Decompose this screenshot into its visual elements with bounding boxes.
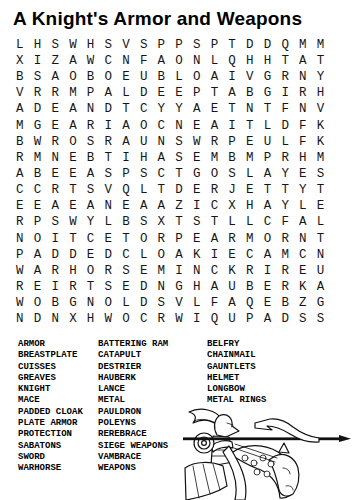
grid-cell[interactable]: H	[241, 198, 259, 214]
grid-cell[interactable]: I	[223, 118, 241, 134]
grid-cell[interactable]: D	[241, 37, 259, 53]
grid-cell[interactable]: T	[64, 182, 82, 198]
grid-cell[interactable]: S	[135, 37, 153, 53]
grid-cell[interactable]: E	[117, 279, 135, 295]
grid-cell[interactable]: E	[29, 198, 47, 214]
grid-cell[interactable]: S	[82, 182, 100, 198]
grid-cell[interactable]: B	[241, 85, 259, 101]
grid-cell[interactable]: D	[99, 247, 117, 263]
grid-cell[interactable]: H	[188, 279, 206, 295]
grid-cell[interactable]: V	[241, 69, 259, 85]
grid-cell[interactable]: O	[153, 247, 171, 263]
grid-cell[interactable]: A	[206, 279, 224, 295]
grid-cell[interactable]: A	[206, 69, 224, 85]
grid-cell[interactable]: N	[11, 231, 29, 247]
grid-cell[interactable]: R	[276, 150, 294, 166]
grid-cell[interactable]: E	[170, 85, 188, 101]
grid-cell[interactable]: D	[29, 102, 47, 118]
grid-cell[interactable]: S	[312, 311, 330, 327]
grid-cell[interactable]: C	[294, 247, 312, 263]
grid-cell[interactable]: W	[29, 134, 47, 150]
grid-cell[interactable]: U	[223, 279, 241, 295]
grid-cell[interactable]: A	[206, 231, 224, 247]
grid-cell[interactable]: S	[135, 166, 153, 182]
grid-cell[interactable]: P	[259, 150, 277, 166]
grid-cell[interactable]: L	[135, 182, 153, 198]
grid-cell[interactable]: T	[276, 53, 294, 69]
grid-cell[interactable]: A	[29, 263, 47, 279]
grid-cell[interactable]: C	[259, 215, 277, 231]
grid-cell[interactable]: C	[153, 118, 171, 134]
grid-cell[interactable]: T	[312, 231, 330, 247]
grid-cell[interactable]: T	[312, 53, 330, 69]
grid-cell[interactable]: N	[294, 102, 312, 118]
grid-cell[interactable]: E	[259, 295, 277, 311]
grid-cell[interactable]: O	[29, 295, 47, 311]
grid-cell[interactable]: M	[153, 263, 171, 279]
grid-cell[interactable]: T	[206, 215, 224, 231]
grid-cell[interactable]: T	[223, 102, 241, 118]
grid-cell[interactable]: J	[223, 182, 241, 198]
grid-cell[interactable]: M	[29, 150, 47, 166]
grid-cell[interactable]: H	[294, 150, 312, 166]
grid-cell[interactable]: A	[259, 166, 277, 182]
grid-cell[interactable]: L	[312, 215, 330, 231]
grid-cell[interactable]: R	[99, 263, 117, 279]
grid-cell[interactable]: E	[188, 182, 206, 198]
grid-cell[interactable]: U	[135, 134, 153, 150]
grid-cell[interactable]: M	[11, 118, 29, 134]
grid-cell[interactable]: E	[188, 150, 206, 166]
grid-cell[interactable]: B	[153, 69, 171, 85]
grid-cell[interactable]: C	[29, 182, 47, 198]
grid-cell[interactable]: A	[153, 198, 171, 214]
grid-cell[interactable]: R	[276, 279, 294, 295]
grid-cell[interactable]: P	[170, 231, 188, 247]
grid-cell[interactable]: R	[64, 279, 82, 295]
grid-cell[interactable]: S	[294, 311, 312, 327]
grid-cell[interactable]: T	[117, 102, 135, 118]
grid-cell[interactable]: L	[294, 198, 312, 214]
grid-cell[interactable]: E	[46, 102, 64, 118]
grid-cell[interactable]: E	[64, 166, 82, 182]
grid-cell[interactable]: A	[259, 198, 277, 214]
grid-cell[interactable]: S	[188, 37, 206, 53]
grid-cell[interactable]: N	[188, 263, 206, 279]
grid-cell[interactable]: E	[188, 118, 206, 134]
grid-cell[interactable]: S	[99, 166, 117, 182]
grid-cell[interactable]: O	[82, 263, 100, 279]
grid-cell[interactable]: L	[276, 134, 294, 150]
grid-cell[interactable]: C	[241, 247, 259, 263]
grid-cell[interactable]: U	[312, 263, 330, 279]
grid-cell[interactable]: O	[259, 231, 277, 247]
grid-cell[interactable]: F	[276, 102, 294, 118]
grid-cell[interactable]: D	[135, 295, 153, 311]
grid-cell[interactable]: E	[294, 263, 312, 279]
grid-cell[interactable]: M	[64, 85, 82, 101]
grid-cell[interactable]: E	[312, 198, 330, 214]
grid-cell[interactable]: N	[312, 247, 330, 263]
grid-cell[interactable]: T	[223, 37, 241, 53]
grid-cell[interactable]: N	[46, 311, 64, 327]
grid-cell[interactable]: B	[117, 215, 135, 231]
grid-cell[interactable]: D	[259, 37, 277, 53]
grid-cell[interactable]: C	[11, 182, 29, 198]
grid-cell[interactable]: K	[312, 118, 330, 134]
grid-cell[interactable]: S	[82, 134, 100, 150]
grid-cell[interactable]: A	[117, 118, 135, 134]
grid-cell[interactable]: T	[170, 215, 188, 231]
grid-cell[interactable]: D	[99, 102, 117, 118]
grid-cell[interactable]: A	[64, 118, 82, 134]
grid-cell[interactable]: M	[241, 231, 259, 247]
grid-cell[interactable]: B	[82, 150, 100, 166]
grid-cell[interactable]: E	[153, 85, 171, 101]
grid-cell[interactable]: E	[46, 118, 64, 134]
grid-cell[interactable]: R	[11, 215, 29, 231]
grid-cell[interactable]: T	[241, 118, 259, 134]
grid-cell[interactable]: V	[312, 102, 330, 118]
grid-cell[interactable]: S	[153, 295, 171, 311]
grid-cell[interactable]: R	[46, 263, 64, 279]
grid-cell[interactable]: M	[312, 37, 330, 53]
grid-cell[interactable]: S	[117, 263, 135, 279]
grid-cell[interactable]: L	[11, 37, 29, 53]
grid-cell[interactable]: B	[46, 295, 64, 311]
grid-cell[interactable]: I	[188, 198, 206, 214]
grid-cell[interactable]: G	[188, 166, 206, 182]
grid-cell[interactable]: Y	[82, 215, 100, 231]
grid-cell[interactable]: N	[99, 198, 117, 214]
grid-cell[interactable]: K	[294, 279, 312, 295]
grid-cell[interactable]: E	[82, 247, 100, 263]
grid-cell[interactable]: D	[135, 279, 153, 295]
grid-cell[interactable]: O	[188, 69, 206, 85]
grid-cell[interactable]: F	[276, 215, 294, 231]
grid-cell[interactable]: H	[241, 53, 259, 69]
grid-cell[interactable]: Y	[153, 102, 171, 118]
grid-cell[interactable]: E	[135, 263, 153, 279]
grid-cell[interactable]: T	[259, 182, 277, 198]
grid-cell[interactable]: L	[188, 295, 206, 311]
grid-cell[interactable]: D	[276, 118, 294, 134]
grid-cell[interactable]: P	[223, 134, 241, 150]
grid-cell[interactable]: V	[117, 37, 135, 53]
grid-cell[interactable]: B	[11, 134, 29, 150]
grid-cell[interactable]: N	[117, 53, 135, 69]
grid-cell[interactable]: V	[170, 295, 188, 311]
grid-cell[interactable]: U	[259, 134, 277, 150]
grid-cell[interactable]: A	[188, 102, 206, 118]
grid-cell[interactable]: A	[294, 215, 312, 231]
grid-cell[interactable]: S	[312, 166, 330, 182]
grid-cell[interactable]: H	[135, 150, 153, 166]
grid-cell[interactable]: A	[223, 85, 241, 101]
grid-cell[interactable]: T	[312, 182, 330, 198]
grid-cell[interactable]: D	[29, 311, 47, 327]
grid-cell[interactable]: R	[276, 69, 294, 85]
grid-cell[interactable]: S	[223, 166, 241, 182]
grid-cell[interactable]: A	[29, 247, 47, 263]
grid-cell[interactable]: R	[99, 134, 117, 150]
grid-cell[interactable]: P	[11, 247, 29, 263]
grid-cell[interactable]: S	[135, 215, 153, 231]
grid-cell[interactable]: K	[223, 263, 241, 279]
grid-cell[interactable]: I	[188, 311, 206, 327]
grid-cell[interactable]: T	[82, 279, 100, 295]
grid-cell[interactable]: O	[99, 295, 117, 311]
grid-cell[interactable]: A	[206, 118, 224, 134]
grid-cell[interactable]: O	[64, 69, 82, 85]
grid-cell[interactable]: R	[46, 85, 64, 101]
grid-cell[interactable]: S	[99, 37, 117, 53]
grid-cell[interactable]: M	[294, 37, 312, 53]
grid-cell[interactable]: A	[64, 53, 82, 69]
grid-cell[interactable]: M	[241, 150, 259, 166]
grid-cell[interactable]: P	[153, 37, 171, 53]
grid-cell[interactable]: X	[223, 198, 241, 214]
grid-cell[interactable]: E	[29, 279, 47, 295]
grid-cell[interactable]: R	[294, 85, 312, 101]
grid-cell[interactable]: L	[117, 295, 135, 311]
grid-cell[interactable]: C	[82, 231, 100, 247]
grid-cell[interactable]: N	[294, 231, 312, 247]
grid-cell[interactable]: R	[153, 311, 171, 327]
grid-cell[interactable]: V	[11, 85, 29, 101]
grid-cell[interactable]: R	[11, 279, 29, 295]
grid-cell[interactable]: A	[117, 134, 135, 150]
grid-cell[interactable]: E	[294, 166, 312, 182]
grid-cell[interactable]: A	[312, 279, 330, 295]
grid-cell[interactable]: W	[170, 311, 188, 327]
grid-cell[interactable]: N	[82, 102, 100, 118]
grid-cell[interactable]: Y	[312, 69, 330, 85]
grid-cell[interactable]: T	[64, 231, 82, 247]
grid-cell[interactable]: L	[259, 118, 277, 134]
grid-cell[interactable]: E	[241, 134, 259, 150]
grid-cell[interactable]: Y	[294, 182, 312, 198]
grid-cell[interactable]: R	[82, 118, 100, 134]
grid-cell[interactable]: N	[241, 102, 259, 118]
grid-cell[interactable]: L	[206, 53, 224, 69]
grid-cell[interactable]: A	[153, 53, 171, 69]
grid-cell[interactable]: X	[11, 53, 29, 69]
grid-cell[interactable]: C	[206, 263, 224, 279]
grid-cell[interactable]: A	[11, 102, 29, 118]
grid-cell[interactable]: R	[276, 263, 294, 279]
grid-cell[interactable]: M	[206, 150, 224, 166]
grid-cell[interactable]: A	[259, 311, 277, 327]
grid-cell[interactable]: S	[46, 215, 64, 231]
grid-cell[interactable]: C	[99, 53, 117, 69]
grid-cell[interactable]: L	[99, 215, 117, 231]
grid-cell[interactable]: H	[312, 85, 330, 101]
grid-cell[interactable]: E	[188, 231, 206, 247]
grid-cell[interactable]: B	[11, 69, 29, 85]
grid-cell[interactable]: I	[99, 118, 117, 134]
grid-cell[interactable]: O	[135, 231, 153, 247]
grid-cell[interactable]: L	[117, 85, 135, 101]
grid-cell[interactable]: S	[29, 69, 47, 85]
grid-cell[interactable]: E	[64, 150, 82, 166]
grid-cell[interactable]: T	[276, 182, 294, 198]
grid-cell[interactable]: R	[206, 134, 224, 150]
grid-cell[interactable]: T	[206, 85, 224, 101]
grid-cell[interactable]: T	[117, 231, 135, 247]
grid-cell[interactable]: E	[46, 166, 64, 182]
grid-cell[interactable]: P	[170, 37, 188, 53]
grid-cell[interactable]: Z	[294, 295, 312, 311]
grid-cell[interactable]: N	[294, 69, 312, 85]
grid-cell[interactable]: I	[206, 247, 224, 263]
grid-cell[interactable]: P	[188, 85, 206, 101]
grid-cell[interactable]: Y	[170, 102, 188, 118]
grid-cell[interactable]: I	[259, 263, 277, 279]
grid-cell[interactable]: W	[64, 37, 82, 53]
grid-cell[interactable]: H	[64, 263, 82, 279]
grid-cell[interactable]: B	[29, 166, 47, 182]
grid-cell[interactable]: D	[64, 247, 82, 263]
grid-cell[interactable]: Y	[276, 198, 294, 214]
grid-cell[interactable]: A	[11, 166, 29, 182]
grid-cell[interactable]: M	[312, 150, 330, 166]
grid-cell[interactable]: C	[135, 311, 153, 327]
grid-cell[interactable]: A	[170, 247, 188, 263]
grid-cell[interactable]: O	[170, 53, 188, 69]
grid-cell[interactable]: A	[46, 69, 64, 85]
grid-cell[interactable]: N	[11, 311, 29, 327]
grid-cell[interactable]: E	[99, 231, 117, 247]
grid-cell[interactable]: E	[259, 279, 277, 295]
grid-cell[interactable]: G	[259, 69, 277, 85]
grid-cell[interactable]: I	[46, 231, 64, 247]
grid-cell[interactable]: O	[29, 231, 47, 247]
grid-cell[interactable]: H	[82, 37, 100, 53]
grid-cell[interactable]: W	[11, 263, 29, 279]
grid-cell[interactable]: R	[223, 231, 241, 247]
grid-cell[interactable]: B	[223, 150, 241, 166]
grid-cell[interactable]: E	[117, 198, 135, 214]
grid-cell[interactable]: G	[29, 118, 47, 134]
grid-cell[interactable]: R	[11, 150, 29, 166]
grid-cell[interactable]: P	[117, 166, 135, 182]
grid-cell[interactable]: E	[223, 247, 241, 263]
grid-cell[interactable]: A	[46, 198, 64, 214]
grid-cell[interactable]: O	[135, 118, 153, 134]
grid-cell[interactable]: K	[188, 247, 206, 263]
grid-cell[interactable]: Z	[170, 198, 188, 214]
grid-cell[interactable]: A	[153, 150, 171, 166]
grid-cell[interactable]: B	[82, 69, 100, 85]
grid-cell[interactable]: R	[46, 134, 64, 150]
grid-cell[interactable]: W	[82, 53, 100, 69]
grid-cell[interactable]: G	[312, 295, 330, 311]
grid-cell[interactable]: N	[188, 53, 206, 69]
grid-cell[interactable]: L	[135, 247, 153, 263]
grid-cell[interactable]: U	[135, 69, 153, 85]
grid-cell[interactable]: O	[117, 311, 135, 327]
grid-cell[interactable]: H	[259, 53, 277, 69]
grid-cell[interactable]: L	[223, 215, 241, 231]
grid-cell[interactable]: F	[294, 118, 312, 134]
grid-cell[interactable]: C	[135, 102, 153, 118]
grid-cell[interactable]: B	[276, 295, 294, 311]
grid-cell[interactable]: I	[276, 85, 294, 101]
grid-cell[interactable]: T	[99, 150, 117, 166]
grid-cell[interactable]: Q	[117, 182, 135, 198]
grid-cell[interactable]: P	[29, 215, 47, 231]
grid-cell[interactable]: Z	[46, 53, 64, 69]
grid-cell[interactable]: N	[153, 134, 171, 150]
grid-cell[interactable]: P	[241, 311, 259, 327]
grid-cell[interactable]: M	[276, 247, 294, 263]
grid-cell[interactable]: A	[294, 53, 312, 69]
grid-cell[interactable]: E	[11, 198, 29, 214]
grid-cell[interactable]: G	[170, 279, 188, 295]
grid-cell[interactable]: S	[99, 279, 117, 295]
grid-cell[interactable]: A	[135, 198, 153, 214]
grid-cell[interactable]: X	[64, 311, 82, 327]
grid-cell[interactable]: G	[259, 85, 277, 101]
grid-cell[interactable]: V	[99, 182, 117, 198]
grid-cell[interactable]: I	[46, 279, 64, 295]
grid-cell[interactable]: D	[135, 85, 153, 101]
grid-cell[interactable]: E	[241, 182, 259, 198]
grid-cell[interactable]: R	[206, 182, 224, 198]
grid-cell[interactable]: A	[223, 295, 241, 311]
grid-cell[interactable]: L	[170, 69, 188, 85]
grid-cell[interactable]: I	[117, 150, 135, 166]
grid-cell[interactable]: C	[206, 198, 224, 214]
grid-cell[interactable]: H	[82, 311, 100, 327]
grid-cell[interactable]: D	[276, 311, 294, 327]
grid-cell[interactable]: S	[188, 215, 206, 231]
grid-cell[interactable]: A	[99, 85, 117, 101]
grid-cell[interactable]: O	[206, 166, 224, 182]
grid-cell[interactable]: Q	[241, 295, 259, 311]
grid-cell[interactable]: A	[82, 166, 100, 182]
grid-cell[interactable]: W	[11, 295, 29, 311]
grid-cell[interactable]: Y	[276, 166, 294, 182]
grid-cell[interactable]: I	[170, 263, 188, 279]
grid-cell[interactable]: F	[135, 53, 153, 69]
grid-cell[interactable]: N	[46, 150, 64, 166]
grid-cell[interactable]: W	[64, 215, 82, 231]
grid-cell[interactable]: N	[82, 295, 100, 311]
grid-cell[interactable]: W	[99, 311, 117, 327]
grid-cell[interactable]: Q	[223, 53, 241, 69]
grid-cell[interactable]: H	[29, 37, 47, 53]
grid-cell[interactable]: P	[206, 37, 224, 53]
grid-cell[interactable]: R	[241, 263, 259, 279]
grid-cell[interactable]: W	[188, 134, 206, 150]
grid-cell[interactable]: S	[170, 134, 188, 150]
grid-cell[interactable]: N	[153, 279, 171, 295]
grid-cell[interactable]: T	[170, 166, 188, 182]
grid-cell[interactable]: T	[153, 182, 171, 198]
grid-cell[interactable]: D	[170, 182, 188, 198]
grid-cell[interactable]: R	[46, 182, 64, 198]
grid-cell[interactable]: A	[259, 247, 277, 263]
grid-cell[interactable]: L	[241, 215, 259, 231]
grid-cell[interactable]: N	[170, 118, 188, 134]
grid-cell[interactable]: R	[276, 231, 294, 247]
grid-cell[interactable]: C	[117, 247, 135, 263]
grid-cell[interactable]: S	[46, 37, 64, 53]
grid-cell[interactable]: L	[241, 166, 259, 182]
grid-cell[interactable]: T	[259, 102, 277, 118]
